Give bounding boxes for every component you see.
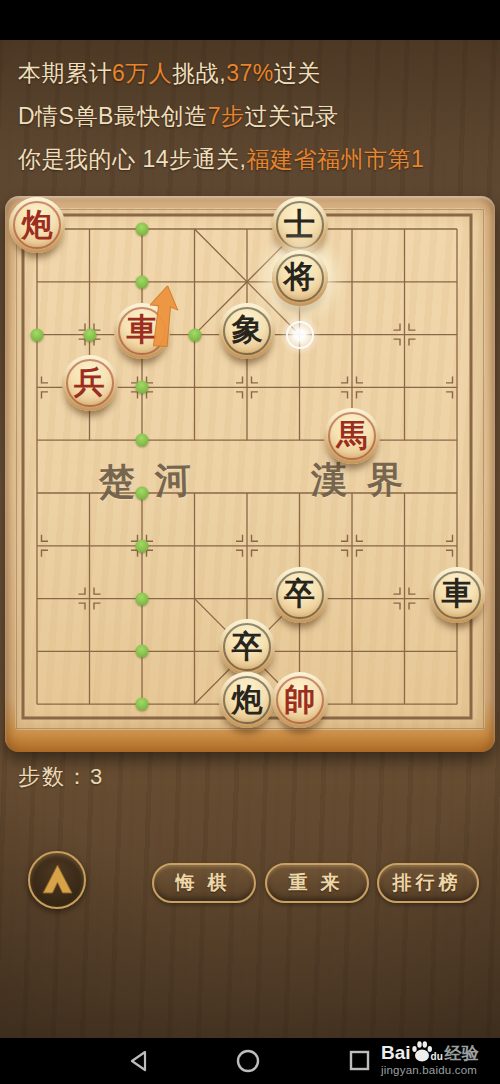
move-counter: 步数：3 — [18, 762, 104, 792]
move-hint-dot[interactable] — [136, 698, 149, 711]
home-icon[interactable] — [236, 1049, 260, 1073]
move-counter-label: 步数： — [18, 764, 90, 789]
header-accent-text: 福建省福州市第1 — [246, 146, 424, 172]
back-icon[interactable] — [128, 1050, 150, 1072]
piece-black-general[interactable]: 将 — [272, 250, 328, 306]
river-label-right: 漢界 — [311, 456, 423, 505]
header-text: 过关记录 — [245, 103, 339, 129]
piece-red-cannon[interactable]: 炮 — [9, 197, 65, 253]
piece-red-pawn[interactable]: 兵 — [62, 355, 118, 411]
leaderboard-button[interactable]: 排行榜 — [377, 863, 479, 903]
piece-character: 炮 — [22, 209, 53, 240]
move-hint-dot[interactable] — [188, 328, 201, 341]
river-label-left: 楚河 — [98, 456, 211, 508]
piece-black-chariot[interactable]: 車 — [429, 567, 485, 623]
restart-button[interactable]: 重来 — [265, 863, 369, 903]
header-accent-text: 7步 — [208, 103, 245, 129]
logo-url: jingyan.baidu.com — [381, 1064, 493, 1076]
logo-bai-text: Bai — [381, 1043, 411, 1062]
board-surface[interactable]: 楚河 漢界 炮士将車象兵馬卒車卒炮帥 — [15, 208, 485, 730]
collapse-button[interactable] — [28, 851, 86, 909]
piece-black-pawn[interactable]: 卒 — [272, 567, 328, 623]
move-hint-dot[interactable] — [136, 539, 149, 552]
android-navbar: Bai du 经验 jingyan.baidu.com — [0, 1038, 500, 1084]
piece-character: 馬 — [337, 420, 368, 451]
piece-character: 将 — [284, 261, 315, 292]
header-text: 过关 — [274, 60, 321, 86]
recents-icon[interactable] — [349, 1050, 370, 1071]
piece-character: 象 — [232, 314, 263, 345]
piece-red-general[interactable]: 帥 — [272, 672, 328, 728]
header-line-2: D情S兽B最快创造7步过关记录 — [18, 101, 339, 132]
piece-black-elephant[interactable]: 象 — [219, 303, 275, 359]
baidu-jingyan-logo: Bai du 经验 jingyan.baidu.com — [381, 1040, 493, 1076]
move-hint-dot[interactable] — [136, 592, 149, 605]
header-text: 本期累计 — [18, 60, 112, 86]
piece-red-horse[interactable]: 馬 — [324, 408, 380, 464]
move-counter-value: 3 — [90, 764, 104, 789]
header-text: D情S兽B最快创造 — [18, 103, 208, 129]
piece-black-advisor[interactable]: 士 — [272, 197, 328, 253]
piece-black-cannon[interactable]: 炮 — [219, 672, 275, 728]
app-screen: 本期累计6万人挑战,37%过关 D情S兽B最快创造7步过关记录 你是我的心 14… — [0, 0, 500, 1084]
move-hint-dot[interactable] — [136, 487, 149, 500]
challenge-info: 本期累计6万人挑战,37%过关 D情S兽B最快创造7步过关记录 你是我的心 14… — [0, 40, 500, 196]
header-accent-text: 6万人 — [112, 60, 172, 86]
move-hint-dot[interactable] — [136, 645, 149, 658]
piece-character: 車 — [442, 578, 473, 609]
header-text: 挑战, — [172, 60, 226, 86]
piece-character: 卒 — [232, 631, 263, 662]
sparkle-effect — [277, 312, 323, 358]
header-line-1: 本期累计6万人挑战,37%过关 — [18, 58, 321, 89]
board-panel: 楚河 漢界 炮士将車象兵馬卒車卒炮帥 — [5, 196, 495, 752]
up-arrow-icon — [31, 853, 84, 906]
header-text: 你是我的心 14步通关, — [18, 146, 246, 172]
undo-button[interactable]: 悔棋 — [152, 863, 256, 903]
move-hint-dot[interactable] — [136, 275, 149, 288]
logo-category-text: 经验 — [445, 1045, 479, 1062]
piece-black-pawn[interactable]: 卒 — [219, 619, 275, 675]
piece-character: 士 — [284, 209, 315, 240]
status-bar — [0, 0, 500, 40]
move-hint-dot[interactable] — [136, 434, 149, 447]
piece-character: 帥 — [284, 684, 315, 715]
header-accent-text: 37% — [226, 60, 274, 86]
move-hint-dot[interactable] — [136, 223, 149, 236]
move-hint-dot[interactable] — [136, 381, 149, 394]
piece-character: 卒 — [284, 578, 315, 609]
piece-character: 兵 — [74, 367, 105, 398]
move-hint-dot[interactable] — [31, 328, 44, 341]
piece-character: 炮 — [232, 684, 263, 715]
header-line-3: 你是我的心 14步通关,福建省福州市第1 — [18, 144, 424, 175]
logo-du-text: du — [431, 1051, 443, 1062]
move-hint-dot[interactable] — [83, 328, 96, 341]
